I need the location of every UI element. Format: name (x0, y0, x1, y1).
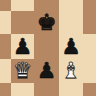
square-r2c1[interactable]: ♟ (11, 34, 34, 59)
square-r1c3[interactable] (59, 11, 83, 34)
square-r4c0[interactable] (0, 83, 11, 96)
square-r3c2[interactable]: ♟ (34, 59, 59, 83)
square-r1c0[interactable] (0, 11, 11, 34)
square-r1c4[interactable] (83, 11, 96, 34)
square-r3c1[interactable]: ♛ (11, 59, 34, 83)
black-pawn[interactable]: ♟ (61, 36, 81, 58)
black-pawn[interactable]: ♟ (37, 60, 57, 82)
square-r4c3[interactable] (59, 83, 83, 96)
square-r2c2[interactable] (34, 34, 59, 59)
square-r3c3[interactable]: ♝ (59, 59, 83, 83)
square-r0c1[interactable] (11, 0, 34, 11)
chess-board: ♚♟♟♛♟♝ (0, 0, 96, 96)
square-r2c0[interactable] (0, 34, 11, 59)
square-r3c4[interactable] (83, 59, 96, 83)
square-r2c4[interactable] (83, 34, 96, 59)
white-queen[interactable]: ♛ (13, 60, 33, 82)
square-r4c1[interactable] (11, 83, 34, 96)
square-r4c4[interactable] (83, 83, 96, 96)
square-r1c2[interactable]: ♚ (34, 11, 59, 34)
black-pawn[interactable]: ♟ (13, 36, 33, 58)
square-r0c0[interactable] (0, 0, 11, 11)
square-r1c1[interactable] (11, 11, 34, 34)
square-r3c0[interactable] (0, 59, 11, 83)
square-r0c4[interactable] (83, 0, 96, 11)
square-r2c3[interactable]: ♟ (59, 34, 83, 59)
white-bishop[interactable]: ♝ (61, 60, 81, 82)
square-r0c3[interactable] (59, 0, 83, 11)
square-r4c2[interactable] (34, 83, 59, 96)
black-king[interactable]: ♚ (37, 12, 57, 34)
